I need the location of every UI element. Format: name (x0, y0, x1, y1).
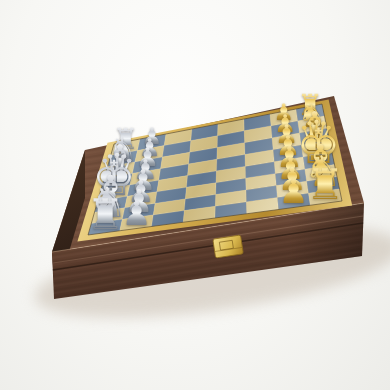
chess-set-photo: ♜♞♝♛♚♝♞♜♟♟♟♟♟♟♟♟♟♟♟♟♟♟♟♟♜♞♝♛♚♝♞♜ (0, 0, 390, 390)
clasp[interactable] (213, 235, 244, 258)
board-scene (0, 0, 390, 390)
